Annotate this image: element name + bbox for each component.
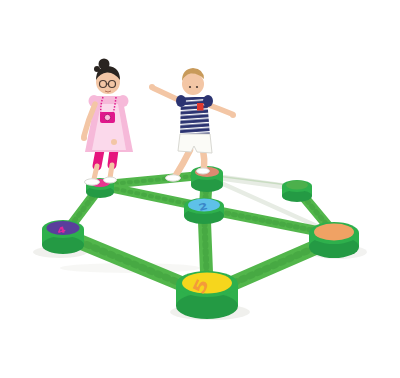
girl-sleeve: [118, 95, 129, 107]
shirt-red-patch: [197, 103, 204, 111]
pod-top-orange: [314, 224, 354, 241]
boy-front-leg: [176, 150, 190, 175]
boy-head: [182, 73, 204, 95]
camera-lens-icon: [104, 114, 110, 120]
pod-yellow: 5: [176, 271, 238, 319]
girl-hand: [111, 139, 117, 145]
boy-sleeve: [176, 95, 186, 107]
girl-sandal: [104, 177, 117, 183]
product-photo: 2 4 5: [0, 0, 400, 378]
child-boy: [149, 68, 236, 181]
scene-canvas: 2 4 5: [0, 0, 400, 378]
boy-hand: [149, 84, 155, 90]
pod-blue: 2: [184, 198, 224, 224]
boy-shorts: [178, 134, 212, 153]
girl-lower-leg: [94, 166, 97, 179]
girl-hair-tuft: [94, 66, 100, 72]
boy-sandal: [166, 175, 181, 181]
girl-lower-leg: [110, 165, 112, 178]
boy-hand: [230, 112, 236, 118]
pod-green: [282, 180, 312, 202]
pod-top-green: [286, 181, 308, 190]
pod-purple: 4: [42, 220, 84, 254]
boy-eye: [189, 86, 191, 88]
boy-sandal: [197, 168, 210, 174]
girl-hand: [81, 135, 87, 141]
boy-eye: [196, 86, 198, 88]
pod-orange: [309, 222, 359, 258]
girl-sandal: [85, 179, 100, 185]
child-girl: [81, 59, 133, 186]
boy-sleeve: [203, 95, 213, 107]
girl-hair-bun: [99, 59, 110, 70]
